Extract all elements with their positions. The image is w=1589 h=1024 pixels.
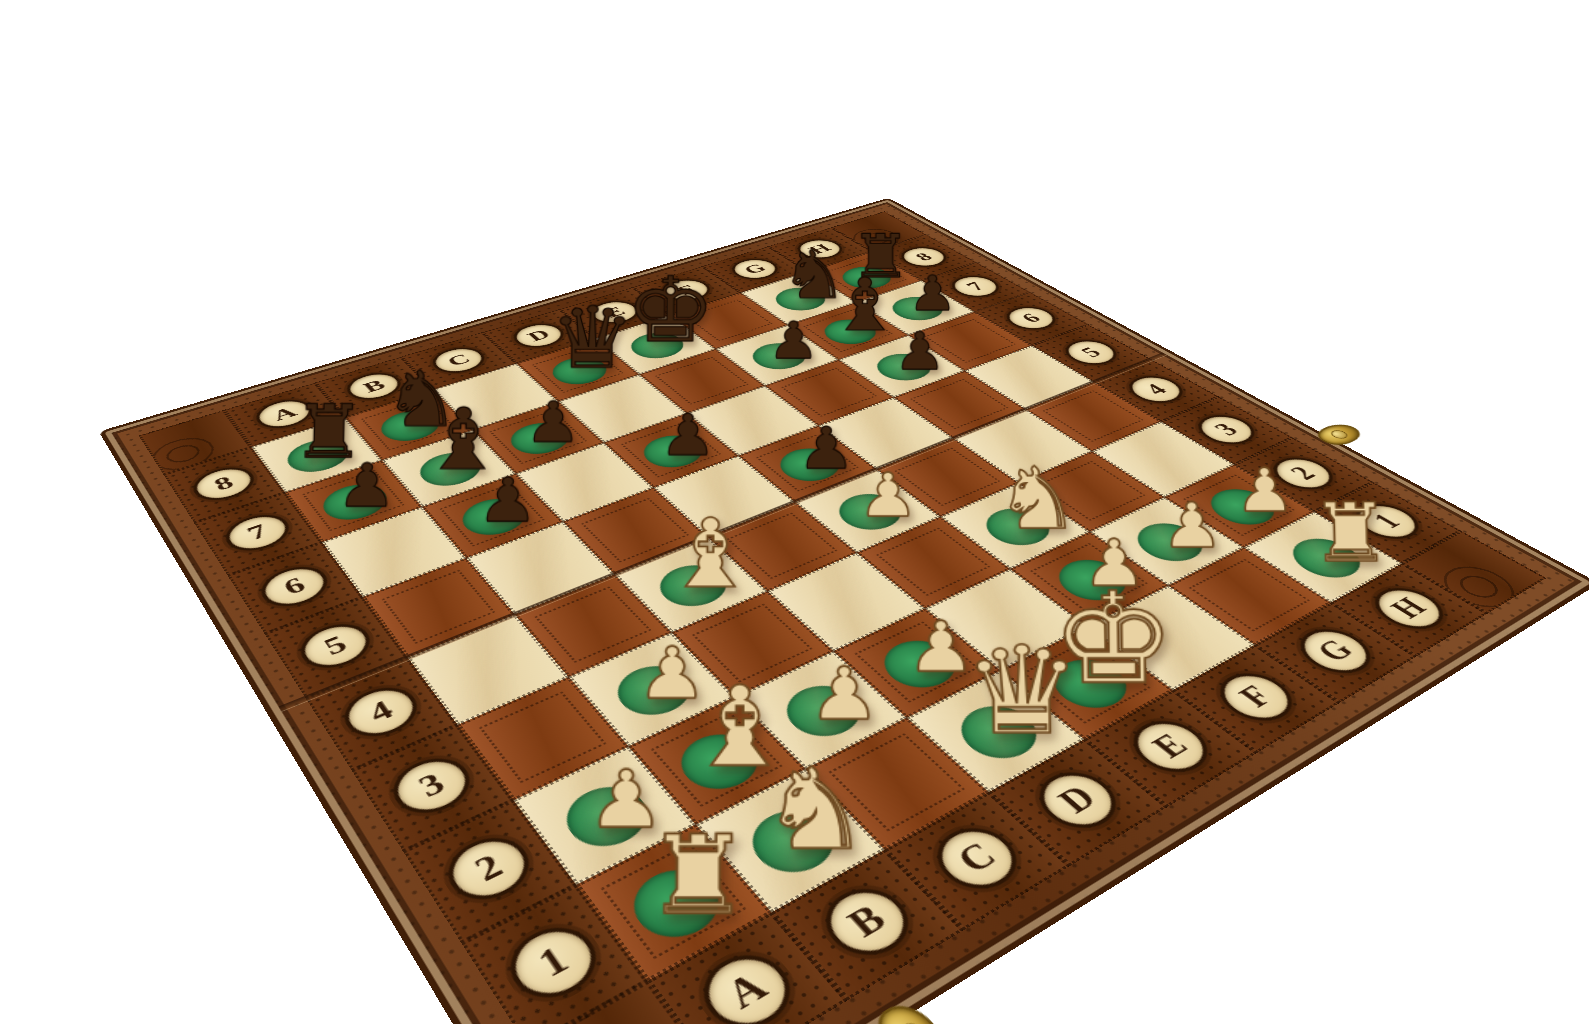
coordinate-coin: G	[1287, 621, 1385, 682]
piece-white-rook-h1[interactable]: ♜	[1309, 492, 1392, 573]
piece-black-pawn-d6[interactable]: ♟	[659, 407, 716, 464]
coordinate-coin: 3	[382, 749, 482, 824]
coordinate-coin: C	[922, 817, 1033, 901]
brass-latch-bottom-icon	[867, 996, 955, 1024]
photo-canvas: ABCDEFGH8♜♞♛♚♞♜87♟♝♟♟♝♟76♟♟♟65♟54♝♟43♟♞3…	[0, 0, 1589, 1024]
piece-white-bishop-c4[interactable]: ♝	[663, 506, 757, 601]
coordinate-coin: G	[723, 255, 786, 283]
board-perspective-wrapper: ABCDEFGH8♜♞♛♚♞♜87♟♝♟♟♝♟76♟♟♟65♟54♝♟43♟♞3…	[99, 198, 1589, 1024]
piece-white-pawn-h2[interactable]: ♟	[1234, 460, 1295, 520]
piece-black-queen-d8[interactable]: ♛	[549, 296, 635, 381]
piece-white-queen-d1[interactable]: ♛	[962, 631, 1082, 752]
coordinate-coin: 2	[436, 827, 543, 912]
piece-black-bishop-g7[interactable]: ♝	[828, 269, 901, 341]
piece-white-rook-a1[interactable]: ♜	[644, 820, 750, 929]
chessboard-frame: ABCDEFGH8♜♞♛♚♞♜87♟♝♟♟♝♟76♟♟♟65♟54♝♟43♟♞3…	[99, 198, 1589, 1024]
piece-black-pawn-e5[interactable]: ♟	[797, 420, 854, 477]
coordinate-coin: 5	[291, 616, 380, 676]
coordinate-coin: 3	[1187, 410, 1266, 451]
coordinate-coin: F	[1206, 665, 1307, 731]
coordinate-coin: 5	[1055, 335, 1127, 369]
coordinate-coin: 8	[186, 461, 262, 506]
coordinate-coin: D	[1024, 762, 1131, 839]
brass-latch-right-icon	[1311, 420, 1368, 449]
piece-white-knight-f3[interactable]: ♞	[995, 456, 1081, 541]
piece-white-pawn-e4[interactable]: ♟	[858, 465, 918, 525]
coordinate-coin: 6	[997, 302, 1066, 334]
coordinate-coin: E	[1119, 711, 1223, 782]
coordinate-coin: A	[688, 942, 807, 1024]
piece-black-king-e8[interactable]: ♚	[625, 266, 716, 356]
piece-black-pawn-b6[interactable]: ♟	[477, 470, 538, 531]
coordinate-coin: 6	[253, 560, 337, 615]
coordinate-coin: 4	[334, 679, 428, 746]
piece-black-pawn-g6[interactable]: ♟	[893, 326, 945, 378]
coordinate-coin: 4	[1118, 371, 1193, 408]
coordinate-coin: 7	[218, 508, 297, 558]
coordinate-coin: H	[1362, 580, 1457, 637]
chessboard: ABCDEFGH8♜♞♛♚♞♜87♟♝♟♟♝♟76♟♟♟65♟54♝♟43♟♞3…	[139, 211, 1547, 1024]
coordinate-coin: 1	[496, 915, 610, 1012]
piece-white-pawn-c2[interactable]: ♟	[808, 658, 880, 731]
piece-white-knight-b1[interactable]: ♞	[760, 753, 870, 865]
piece-black-pawn-h7[interactable]: ♟	[908, 269, 957, 317]
piece-white-pawn-g2[interactable]: ♟	[1160, 494, 1223, 556]
piece-black-pawn-c7[interactable]: ♟	[525, 394, 581, 450]
piece-black-pawn-f7[interactable]: ♟	[768, 315, 819, 366]
piece-black-pawn-a7[interactable]: ♟	[336, 456, 397, 516]
coordinate-coin: B	[810, 877, 925, 969]
